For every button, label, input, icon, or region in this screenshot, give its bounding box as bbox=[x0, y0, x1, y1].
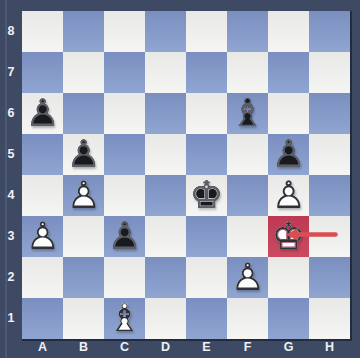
white-pawn-piece: ♟♙ bbox=[268, 175, 309, 216]
square-e7[interactable] bbox=[186, 52, 227, 93]
white-pawn-piece: ♟♙ bbox=[227, 257, 268, 298]
square-b5[interactable]: ♟♙ bbox=[63, 134, 104, 175]
square-c8[interactable] bbox=[104, 11, 145, 52]
white-pawn-piece: ♟♙ bbox=[63, 175, 104, 216]
square-e8[interactable] bbox=[186, 11, 227, 52]
square-b4[interactable]: ♟♙ bbox=[63, 175, 104, 216]
square-e5[interactable] bbox=[186, 134, 227, 175]
square-h5[interactable] bbox=[309, 134, 350, 175]
square-d1[interactable] bbox=[145, 298, 186, 339]
square-b3[interactable] bbox=[63, 216, 104, 257]
square-a3[interactable]: ♟♙ bbox=[22, 216, 63, 257]
square-b1[interactable] bbox=[63, 298, 104, 339]
white-pawn-piece: ♟♙ bbox=[22, 216, 63, 257]
square-g7[interactable] bbox=[268, 52, 309, 93]
rank-label-3: 3 bbox=[0, 216, 22, 257]
square-a8[interactable] bbox=[22, 11, 63, 52]
square-h8[interactable] bbox=[309, 11, 350, 52]
square-e1[interactable] bbox=[186, 298, 227, 339]
square-f3[interactable] bbox=[227, 216, 268, 257]
square-g1[interactable] bbox=[268, 298, 309, 339]
square-a7[interactable] bbox=[22, 52, 63, 93]
square-g6[interactable] bbox=[268, 93, 309, 134]
black-bishop-piece: ♝♗ bbox=[227, 93, 268, 134]
rank-label-4: 4 bbox=[0, 175, 22, 216]
square-d7[interactable] bbox=[145, 52, 186, 93]
square-a2[interactable] bbox=[22, 257, 63, 298]
file-label-D: D bbox=[145, 337, 186, 358]
black-king-piece: ♚♔ bbox=[186, 175, 227, 216]
square-f4[interactable] bbox=[227, 175, 268, 216]
file-label-H: H bbox=[309, 337, 350, 358]
square-c1[interactable]: ♝♗ bbox=[104, 298, 145, 339]
white-bishop-piece: ♝♗ bbox=[104, 298, 145, 339]
rank-label-7: 7 bbox=[0, 52, 22, 93]
square-c2[interactable] bbox=[104, 257, 145, 298]
chess-board[interactable]: ♟♙♝♗♟♙♟♙♟♙♚♔♟♙♟♙♟♙♚♔♟♙♝♗ bbox=[22, 11, 352, 341]
square-b6[interactable] bbox=[63, 93, 104, 134]
square-b2[interactable] bbox=[63, 257, 104, 298]
black-pawn-piece: ♟♙ bbox=[268, 134, 309, 175]
square-c3[interactable]: ♟♙ bbox=[104, 216, 145, 257]
file-label-E: E bbox=[186, 337, 227, 358]
square-b8[interactable] bbox=[63, 11, 104, 52]
square-g8[interactable] bbox=[268, 11, 309, 52]
white-king-piece: ♚♔ bbox=[268, 216, 309, 257]
black-pawn-piece: ♟♙ bbox=[63, 134, 104, 175]
rank-label-6: 6 bbox=[0, 93, 22, 134]
square-e3[interactable] bbox=[186, 216, 227, 257]
square-g5[interactable]: ♟♙ bbox=[268, 134, 309, 175]
square-c4[interactable] bbox=[104, 175, 145, 216]
square-f7[interactable] bbox=[227, 52, 268, 93]
square-f8[interactable] bbox=[227, 11, 268, 52]
square-h7[interactable] bbox=[309, 52, 350, 93]
file-labels: ABCDEFGH bbox=[22, 337, 350, 358]
square-d3[interactable] bbox=[145, 216, 186, 257]
square-a6[interactable]: ♟♙ bbox=[22, 93, 63, 134]
square-e2[interactable] bbox=[186, 257, 227, 298]
square-g2[interactable] bbox=[268, 257, 309, 298]
square-d5[interactable] bbox=[145, 134, 186, 175]
square-h4[interactable] bbox=[309, 175, 350, 216]
square-f5[interactable] bbox=[227, 134, 268, 175]
square-d8[interactable] bbox=[145, 11, 186, 52]
square-g4[interactable]: ♟♙ bbox=[268, 175, 309, 216]
file-label-F: F bbox=[227, 337, 268, 358]
square-h3[interactable] bbox=[309, 216, 350, 257]
file-label-C: C bbox=[104, 337, 145, 358]
rank-label-1: 1 bbox=[0, 298, 22, 339]
file-label-B: B bbox=[63, 337, 104, 358]
file-label-G: G bbox=[268, 337, 309, 358]
square-g3[interactable]: ♚♔ bbox=[268, 216, 309, 257]
square-e6[interactable] bbox=[186, 93, 227, 134]
rank-label-5: 5 bbox=[0, 134, 22, 175]
black-pawn-piece: ♟♙ bbox=[104, 216, 145, 257]
file-label-A: A bbox=[22, 337, 63, 358]
square-h2[interactable] bbox=[309, 257, 350, 298]
square-e4[interactable]: ♚♔ bbox=[186, 175, 227, 216]
square-c5[interactable] bbox=[104, 134, 145, 175]
square-f6[interactable]: ♝♗ bbox=[227, 93, 268, 134]
square-a1[interactable] bbox=[22, 298, 63, 339]
square-h1[interactable] bbox=[309, 298, 350, 339]
rank-label-8: 8 bbox=[0, 11, 22, 52]
rank-label-2: 2 bbox=[0, 257, 22, 298]
square-h6[interactable] bbox=[309, 93, 350, 134]
rank-labels: 87654321 bbox=[0, 11, 22, 339]
square-c7[interactable] bbox=[104, 52, 145, 93]
square-a4[interactable] bbox=[22, 175, 63, 216]
square-d6[interactable] bbox=[145, 93, 186, 134]
square-c6[interactable] bbox=[104, 93, 145, 134]
square-f2[interactable]: ♟♙ bbox=[227, 257, 268, 298]
square-d4[interactable] bbox=[145, 175, 186, 216]
square-d2[interactable] bbox=[145, 257, 186, 298]
square-f1[interactable] bbox=[227, 298, 268, 339]
square-b7[interactable] bbox=[63, 52, 104, 93]
black-pawn-piece: ♟♙ bbox=[22, 93, 63, 134]
square-a5[interactable] bbox=[22, 134, 63, 175]
